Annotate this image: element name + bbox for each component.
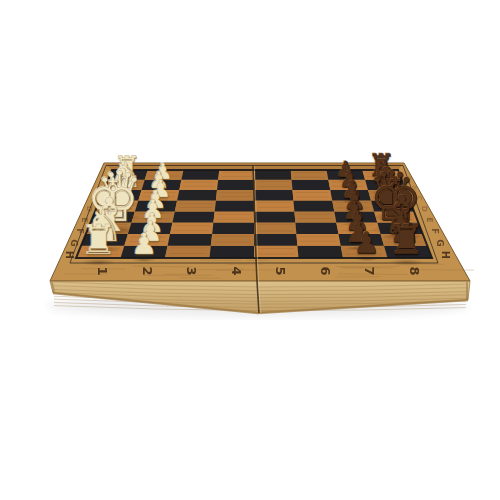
square-h2[interactable] bbox=[121, 246, 168, 258]
square-a6[interactable] bbox=[291, 170, 329, 180]
rank-label-right-H: H bbox=[440, 251, 451, 259]
square-f6[interactable] bbox=[295, 223, 338, 235]
square-c7[interactable] bbox=[330, 190, 371, 201]
rank-label-left-D: D bbox=[85, 206, 94, 212]
square-a1[interactable] bbox=[108, 170, 148, 180]
square-a4[interactable] bbox=[218, 170, 255, 180]
square-g3[interactable] bbox=[168, 234, 213, 246]
rank-label-left-E: E bbox=[80, 217, 89, 222]
square-d4[interactable] bbox=[215, 201, 255, 212]
square-g7[interactable] bbox=[339, 234, 385, 246]
square-f2[interactable] bbox=[128, 223, 173, 235]
square-g6[interactable] bbox=[296, 234, 340, 246]
square-a5[interactable] bbox=[255, 170, 292, 180]
square-e3[interactable] bbox=[173, 211, 215, 222]
chess-board: 12345678HHGGFFEEDDCCBBAA bbox=[0, 0, 500, 500]
square-f7[interactable] bbox=[336, 223, 380, 235]
file-label-7: 7 bbox=[362, 266, 377, 275]
square-d7[interactable] bbox=[332, 201, 374, 212]
square-b6[interactable] bbox=[292, 180, 331, 190]
square-g2[interactable] bbox=[124, 234, 170, 246]
rank-label-right-D: D bbox=[420, 206, 429, 212]
square-e7[interactable] bbox=[334, 211, 377, 222]
square-b8[interactable] bbox=[365, 180, 406, 190]
rank-label-left-A: A bbox=[101, 176, 107, 181]
rank-label-left-H: H bbox=[64, 251, 75, 259]
square-e1[interactable] bbox=[91, 211, 135, 222]
square-e5[interactable] bbox=[254, 211, 295, 222]
rank-label-right-F: F bbox=[430, 228, 440, 234]
square-d1[interactable] bbox=[95, 201, 138, 212]
square-d2[interactable] bbox=[135, 201, 177, 212]
square-g5[interactable] bbox=[254, 234, 297, 246]
square-b4[interactable] bbox=[217, 180, 255, 190]
square-c3[interactable] bbox=[177, 190, 217, 201]
rank-label-right-E: E bbox=[425, 217, 434, 222]
square-h4[interactable] bbox=[210, 246, 255, 258]
square-c4[interactable] bbox=[216, 190, 255, 201]
square-e8[interactable] bbox=[374, 211, 418, 222]
square-a3[interactable] bbox=[181, 170, 219, 180]
rank-label-left-G: G bbox=[69, 239, 79, 246]
square-b7[interactable] bbox=[328, 180, 368, 190]
square-d3[interactable] bbox=[175, 201, 216, 212]
square-f4[interactable] bbox=[212, 223, 254, 235]
file-label-2: 2 bbox=[140, 266, 155, 275]
square-c6[interactable] bbox=[293, 190, 333, 201]
file-label-3: 3 bbox=[184, 266, 199, 275]
square-c5[interactable] bbox=[255, 190, 294, 201]
file-label-4: 4 bbox=[229, 266, 244, 275]
rank-label-right-B: B bbox=[411, 186, 418, 191]
file-label-1: 1 bbox=[95, 266, 110, 275]
square-d6[interactable] bbox=[293, 201, 334, 212]
square-f8[interactable] bbox=[377, 223, 422, 235]
square-h1[interactable] bbox=[76, 246, 124, 258]
square-h5[interactable] bbox=[254, 246, 299, 258]
square-h8[interactable] bbox=[384, 246, 432, 258]
rank-label-right-G: G bbox=[435, 239, 445, 246]
square-g8[interactable] bbox=[381, 234, 428, 246]
rank-label-left-F: F bbox=[75, 228, 85, 234]
square-c1[interactable] bbox=[100, 190, 142, 201]
square-f3[interactable] bbox=[170, 223, 213, 235]
square-e6[interactable] bbox=[294, 211, 336, 222]
file-label-6: 6 bbox=[318, 266, 333, 275]
rank-label-right-A: A bbox=[407, 176, 413, 181]
square-h7[interactable] bbox=[341, 246, 388, 258]
rank-label-left-C: C bbox=[90, 196, 98, 201]
file-label-5: 5 bbox=[273, 266, 288, 275]
square-d8[interactable] bbox=[371, 201, 414, 212]
square-b3[interactable] bbox=[179, 180, 218, 190]
square-c2[interactable] bbox=[138, 190, 179, 201]
square-g4[interactable] bbox=[211, 234, 255, 246]
square-b2[interactable] bbox=[142, 180, 182, 190]
board-back-border bbox=[104, 163, 404, 170]
square-e4[interactable] bbox=[213, 211, 254, 222]
square-h6[interactable] bbox=[297, 246, 343, 258]
wood-grain bbox=[216, 270, 275, 271]
square-b1[interactable] bbox=[104, 180, 145, 190]
square-a8[interactable] bbox=[362, 170, 402, 180]
rank-label-left-B: B bbox=[96, 186, 103, 191]
square-c8[interactable] bbox=[368, 190, 410, 201]
rank-label-right-C: C bbox=[415, 196, 423, 201]
product-photo-scene: 12345678HHGGFFEEDDCCBBAA ♜♟♟♜♞♟♟♞♝♟♟♝♛♟♟… bbox=[0, 0, 500, 500]
square-f1[interactable] bbox=[86, 223, 132, 235]
file-label-8: 8 bbox=[407, 266, 422, 275]
square-a7[interactable] bbox=[327, 170, 366, 180]
square-g1[interactable] bbox=[81, 234, 128, 246]
